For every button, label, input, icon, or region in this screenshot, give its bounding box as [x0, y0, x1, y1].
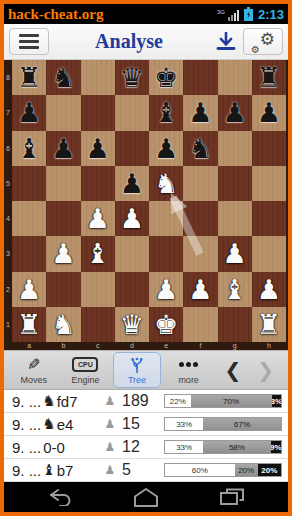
- cpu-icon: CPU: [72, 357, 98, 372]
- result-bar: 22% 70% 8%: [164, 394, 282, 408]
- pencil-icon: ✎: [27, 355, 40, 374]
- piece-white-pawn: ♟: [188, 276, 212, 303]
- square-d5[interactable]: ♟: [115, 166, 149, 201]
- knight-glyph: ♞: [42, 392, 55, 410]
- square-b6[interactable]: ♟: [46, 131, 80, 166]
- square-b8[interactable]: ♞: [46, 60, 80, 95]
- recents-icon: [219, 487, 245, 507]
- games-count-icon: ♟: [98, 417, 122, 431]
- piece-white-bishop: ♝: [223, 276, 247, 303]
- rank-label-6: 6: [4, 131, 12, 166]
- tree-row-bb7[interactable]: 9. ...♝b7 ♟ 5 60% 20% 20%: [4, 459, 288, 482]
- chess-board: ♜♞♛♚♜♟♝♟♟♟♝♟♟♟♞♟♞♟♟♟♝♟♟♟♟♝♟♜♞♛♚♜ 8765432…: [4, 60, 288, 350]
- app-bar: Analyse ⚙ ⚙: [4, 24, 288, 60]
- square-f7[interactable]: ♟: [183, 95, 217, 130]
- status-icons: 3G 2:13: [217, 7, 284, 22]
- result-bar: 33% 67%: [164, 417, 282, 431]
- piece-black-rook: ♜: [17, 64, 41, 91]
- tab-engine[interactable]: CPU Engine: [62, 352, 110, 388]
- tree-move-list: 9. ...♞fd7 ♟ 189 22% 70% 8% 9. ...♞e4 ♟ …: [4, 390, 288, 482]
- result-bar: 33% 58% 9%: [164, 440, 282, 454]
- black-wins-segment: 20%: [258, 464, 281, 476]
- square-d8[interactable]: ♛: [115, 60, 149, 95]
- square-c6[interactable]: ♟: [81, 131, 115, 166]
- square-b3[interactable]: ♟: [46, 236, 80, 271]
- piece-black-pawn: ♟: [17, 99, 41, 126]
- settings-button[interactable]: ⚙ ⚙: [243, 28, 283, 55]
- status-bar: hack-cheat.org 3G 2:13: [4, 4, 288, 24]
- square-e8[interactable]: ♚: [149, 60, 183, 95]
- rank-label-4: 4: [4, 201, 12, 236]
- move-text: 9. ...♞e4: [12, 415, 98, 433]
- square-f4[interactable]: [183, 201, 217, 236]
- square-g1[interactable]: [218, 307, 252, 342]
- games-count: 15: [122, 415, 164, 433]
- download-icon: [215, 32, 237, 52]
- square-e2[interactable]: ♟: [149, 272, 183, 307]
- previous-move-button[interactable]: ❮: [216, 358, 249, 382]
- piece-white-pawn: ♟: [17, 276, 41, 303]
- square-g3[interactable]: ♟: [218, 236, 252, 271]
- square-h5[interactable]: [252, 166, 286, 201]
- page-title: Analyse: [49, 30, 209, 53]
- piece-black-pawn: ♟: [223, 99, 247, 126]
- square-c4[interactable]: ♟: [81, 201, 115, 236]
- piece-white-rook: ♜: [257, 311, 281, 338]
- menu-button[interactable]: [9, 28, 49, 55]
- signal-icon: [228, 8, 241, 21]
- square-c1[interactable]: [81, 307, 115, 342]
- games-count: 189: [122, 392, 164, 410]
- file-label-f: f: [183, 342, 217, 350]
- square-a8[interactable]: ♜: [12, 60, 46, 95]
- tab-bar: ✎ Moves CPU Engine Tree: [4, 350, 288, 390]
- site-banner: hack-cheat.org: [8, 5, 217, 23]
- black-wins-segment: 9%: [271, 441, 281, 453]
- gear-icon: ⚙ ⚙: [253, 32, 273, 52]
- tree-row-castle[interactable]: 9. ...0-0 ♟ 12 33% 58% 9%: [4, 436, 288, 459]
- android-nav-bar: [4, 482, 288, 512]
- white-wins-segment: 33%: [165, 441, 203, 453]
- square-f1[interactable]: [183, 307, 217, 342]
- piece-black-rook: ♜: [257, 64, 281, 91]
- tab-more[interactable]: more: [165, 352, 213, 388]
- square-h4[interactable]: [252, 201, 286, 236]
- square-f2[interactable]: ♟: [183, 272, 217, 307]
- battery-charging-icon: [244, 7, 253, 21]
- square-h2[interactable]: ♟: [252, 272, 286, 307]
- piece-black-knight: ♞: [51, 64, 75, 91]
- square-c7[interactable]: [81, 95, 115, 130]
- piece-black-pawn: ♟: [154, 135, 178, 162]
- download-button[interactable]: [209, 28, 243, 55]
- bishop-glyph: ♝: [42, 461, 55, 479]
- square-b7[interactable]: [46, 95, 80, 130]
- move-text: 9. ...0-0: [12, 439, 98, 456]
- file-label-h: h: [252, 342, 286, 350]
- square-c2[interactable]: [81, 272, 115, 307]
- back-icon: [46, 488, 74, 506]
- back-button[interactable]: [30, 485, 90, 509]
- square-f6[interactable]: ♞: [183, 131, 217, 166]
- piece-black-king: ♚: [154, 64, 178, 91]
- home-button[interactable]: [116, 485, 176, 509]
- piece-white-pawn: ♟: [120, 205, 144, 232]
- knight-glyph: ♞: [42, 415, 55, 433]
- tree-row-nfd7[interactable]: 9. ...♞fd7 ♟ 189 22% 70% 8%: [4, 390, 288, 413]
- square-h8[interactable]: ♜: [252, 60, 286, 95]
- board-squares: ♜♞♛♚♜♟♝♟♟♟♝♟♟♟♞♟♞♟♟♟♝♟♟♟♟♝♟♜♞♛♚♜: [12, 60, 286, 342]
- square-g7[interactable]: ♟: [218, 95, 252, 130]
- piece-white-rook: ♜: [17, 311, 41, 338]
- piece-white-bishop: ♝: [86, 240, 110, 267]
- square-c8[interactable]: [81, 60, 115, 95]
- square-a1[interactable]: ♜: [12, 307, 46, 342]
- piece-white-pawn: ♟: [51, 240, 75, 267]
- network-type-label: 3G: [217, 9, 225, 15]
- black-wins-segment: 8%: [272, 395, 281, 407]
- piece-black-queen: ♛: [120, 64, 144, 91]
- square-g6[interactable]: [218, 131, 252, 166]
- square-a3[interactable]: [12, 236, 46, 271]
- square-e7[interactable]: ♝: [149, 95, 183, 130]
- square-g2[interactable]: ♝: [218, 272, 252, 307]
- rank-label-1: 1: [4, 307, 12, 342]
- draw-segment: 58%: [203, 441, 270, 453]
- square-d4[interactable]: ♟: [115, 201, 149, 236]
- games-count-icon: ♟: [98, 440, 122, 454]
- home-icon: [133, 487, 159, 507]
- piece-black-pawn: ♟: [86, 135, 110, 162]
- square-e1[interactable]: ♚: [149, 307, 183, 342]
- square-b1[interactable]: ♞: [46, 307, 80, 342]
- move-text: 9. ...♝b7: [12, 461, 98, 479]
- rank-label-3: 3: [4, 236, 12, 271]
- piece-black-pawn: ♟: [188, 99, 212, 126]
- tab-tree[interactable]: Tree: [113, 352, 161, 388]
- piece-white-pawn: ♟: [257, 276, 281, 303]
- file-label-a: a: [12, 342, 46, 350]
- square-g8[interactable]: [218, 60, 252, 95]
- white-wins-segment: 60%: [165, 464, 235, 476]
- piece-black-bishop: ♝: [17, 135, 41, 162]
- move-nav: ❮ ❯: [216, 358, 282, 382]
- square-d3[interactable]: [115, 236, 149, 271]
- draw-segment: 70%: [191, 395, 272, 407]
- more-dots-icon: [179, 362, 198, 367]
- square-d6[interactable]: [115, 131, 149, 166]
- square-h1[interactable]: ♜: [252, 307, 286, 342]
- white-wins-segment: 33%: [165, 418, 203, 430]
- file-label-d: d: [115, 342, 149, 350]
- square-a2[interactable]: ♟: [12, 272, 46, 307]
- rank-label-2: 2: [4, 272, 12, 307]
- piece-black-pawn: ♟: [257, 99, 281, 126]
- games-count-icon: ♟: [98, 394, 122, 408]
- tab-more-label: more: [178, 375, 199, 385]
- square-h6[interactable]: [252, 131, 286, 166]
- file-label-e: e: [149, 342, 183, 350]
- square-a7[interactable]: ♟: [12, 95, 46, 130]
- piece-white-king: ♚: [154, 311, 178, 338]
- square-f3[interactable]: [183, 236, 217, 271]
- square-g4[interactable]: [218, 201, 252, 236]
- rank-label-5: 5: [4, 166, 12, 201]
- move-text: 9. ...♞fd7: [12, 392, 98, 410]
- piece-white-queen: ♛: [120, 311, 144, 338]
- piece-white-knight: ♞: [51, 311, 75, 338]
- file-label-g: g: [218, 342, 252, 350]
- square-h7[interactable]: ♟: [252, 95, 286, 130]
- square-a4[interactable]: [12, 201, 46, 236]
- file-label-c: c: [81, 342, 115, 350]
- clock: 2:13: [258, 7, 284, 22]
- white-wins-segment: 22%: [165, 395, 191, 407]
- tab-engine-label: Engine: [71, 375, 99, 385]
- square-e3[interactable]: [149, 236, 183, 271]
- piece-black-pawn: ♟: [51, 135, 75, 162]
- square-d1[interactable]: ♛: [115, 307, 149, 342]
- piece-black-knight: ♞: [188, 135, 212, 162]
- piece-white-pawn: ♟: [86, 205, 110, 232]
- square-c5[interactable]: [81, 166, 115, 201]
- square-d2[interactable]: [115, 272, 149, 307]
- piece-white-pawn: ♟: [223, 240, 247, 267]
- piece-white-knight: ♞: [154, 170, 178, 197]
- square-e6[interactable]: ♟: [149, 131, 183, 166]
- next-move-button[interactable]: ❯: [249, 358, 282, 382]
- file-labels: abcdefgh: [12, 342, 286, 350]
- piece-black-pawn: ♟: [120, 170, 144, 197]
- result-bar: 60% 20% 20%: [164, 463, 282, 477]
- games-count-icon: ♟: [98, 463, 122, 477]
- square-a6[interactable]: ♝: [12, 131, 46, 166]
- tab-moves[interactable]: ✎ Moves: [10, 352, 58, 388]
- square-b2[interactable]: [46, 272, 80, 307]
- square-f5[interactable]: [183, 166, 217, 201]
- square-g5[interactable]: [218, 166, 252, 201]
- rank-labels: 87654321: [4, 60, 12, 342]
- piece-black-bishop: ♝: [154, 99, 178, 126]
- tree-icon: [128, 356, 146, 374]
- square-b4[interactable]: [46, 201, 80, 236]
- recents-button[interactable]: [202, 485, 262, 509]
- square-f8[interactable]: [183, 60, 217, 95]
- tab-tree-label: Tree: [128, 375, 146, 385]
- draw-segment: 67%: [203, 418, 281, 430]
- games-count: 5: [122, 461, 164, 479]
- rank-label-8: 8: [4, 60, 12, 95]
- rank-label-7: 7: [4, 95, 12, 130]
- tab-moves-label: Moves: [21, 375, 48, 385]
- square-c3[interactable]: ♝: [81, 236, 115, 271]
- piece-white-pawn: ♟: [154, 276, 178, 303]
- square-e5[interactable]: ♞: [149, 166, 183, 201]
- square-d7[interactable]: [115, 95, 149, 130]
- draw-segment: 20%: [235, 464, 258, 476]
- square-h3[interactable]: [252, 236, 286, 271]
- square-b5[interactable]: [46, 166, 80, 201]
- file-label-b: b: [46, 342, 80, 350]
- square-e4[interactable]: [149, 201, 183, 236]
- tree-row-ne4[interactable]: 9. ...♞e4 ♟ 15 33% 67%: [4, 413, 288, 436]
- square-a5[interactable]: [12, 166, 46, 201]
- games-count: 12: [122, 438, 164, 456]
